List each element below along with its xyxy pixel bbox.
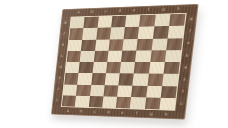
- square-f8: [139, 15, 155, 27]
- square-f5: [135, 50, 151, 62]
- square-h1: [159, 98, 175, 110]
- square-c6: [95, 39, 110, 51]
- file-label: a: [61, 108, 75, 115]
- square-f4: [134, 62, 150, 74]
- square-g8: [154, 14, 170, 26]
- square-d3: [104, 73, 119, 85]
- file-label: g: [155, 6, 171, 13]
- file-label: f: [141, 6, 156, 13]
- square-e7: [124, 27, 140, 39]
- square-d5: [107, 50, 122, 62]
- square-b5: [80, 51, 95, 62]
- square-h4: [163, 62, 180, 74]
- file-label: c: [99, 8, 114, 15]
- square-h3: [162, 74, 178, 86]
- square-f1: [130, 97, 146, 109]
- file-label: b: [74, 108, 88, 115]
- file-label: f: [129, 110, 144, 117]
- square-h7: [167, 26, 184, 38]
- square-e5: [121, 50, 137, 62]
- rank-label: 2: [54, 84, 62, 95]
- square-g4: [148, 62, 164, 74]
- file-label: d: [101, 109, 116, 116]
- square-e4: [120, 62, 136, 74]
- square-c7: [96, 28, 111, 40]
- square-f6: [137, 38, 153, 50]
- file-label: h: [158, 111, 174, 118]
- square-a3: [64, 73, 78, 84]
- rank-label: 1: [53, 95, 61, 106]
- square-e8: [125, 15, 141, 27]
- square-h8: [169, 14, 186, 26]
- file-label: b: [85, 9, 99, 16]
- rank-label: 7: [60, 29, 69, 40]
- rank-label: 6: [183, 38, 193, 50]
- file-label: g: [143, 111, 158, 118]
- square-f7: [138, 27, 154, 39]
- rank-label: 4: [56, 62, 64, 73]
- square-g6: [151, 38, 167, 50]
- square-b1: [75, 96, 90, 108]
- square-e2: [117, 85, 132, 97]
- square-d1: [102, 96, 117, 108]
- chessboard: abcdefgh abcdefgh 87654321 87654321: [51, 4, 198, 120]
- product-photo-scene: abcdefgh abcdefgh 87654321 87654321: [0, 0, 228, 128]
- square-e3: [118, 74, 134, 86]
- square-d4: [106, 62, 121, 74]
- square-b8: [84, 17, 99, 29]
- file-label: d: [112, 7, 127, 14]
- rank-label: 3: [55, 73, 63, 84]
- square-g3: [147, 74, 163, 86]
- square-c5: [93, 51, 108, 62]
- square-f3: [133, 74, 149, 86]
- square-g2: [146, 86, 162, 98]
- square-a2: [63, 84, 77, 95]
- rank-label: 4: [181, 62, 191, 74]
- playing-field: [61, 13, 187, 111]
- square-g5: [150, 50, 166, 62]
- rank-label: 3: [179, 74, 189, 86]
- square-c2: [90, 85, 105, 97]
- rank-label: 6: [59, 40, 67, 51]
- file-label: c: [87, 109, 101, 116]
- square-f2: [131, 85, 147, 97]
- square-d7: [110, 27, 125, 39]
- rank-label: 8: [186, 13, 196, 25]
- rank-label: 7: [185, 26, 195, 38]
- board-frame: abcdefgh abcdefgh 87654321 87654321: [51, 4, 198, 120]
- rank-label: 5: [182, 50, 192, 62]
- square-a4: [66, 62, 80, 73]
- rank-label: 1: [176, 98, 186, 110]
- square-a6: [68, 40, 82, 51]
- file-label: h: [170, 5, 186, 12]
- square-e1: [116, 97, 131, 109]
- file-label: e: [115, 110, 130, 117]
- rank-label: 5: [58, 51, 66, 62]
- square-h5: [165, 50, 182, 62]
- square-b3: [77, 73, 92, 84]
- square-g7: [153, 26, 169, 38]
- square-b6: [81, 39, 96, 50]
- square-b4: [79, 62, 94, 73]
- rank-label: 2: [178, 86, 188, 98]
- square-d8: [111, 16, 126, 28]
- square-h6: [166, 38, 183, 50]
- square-c8: [97, 16, 112, 28]
- square-h2: [160, 86, 176, 98]
- square-c1: [88, 96, 103, 108]
- file-label: a: [72, 9, 86, 16]
- square-b2: [76, 84, 91, 95]
- square-b7: [82, 28, 97, 40]
- square-g1: [144, 97, 160, 109]
- square-a1: [62, 95, 76, 106]
- square-e6: [122, 39, 138, 51]
- square-c4: [92, 62, 107, 73]
- file-label: e: [126, 7, 141, 14]
- square-d6: [108, 39, 123, 51]
- square-c3: [91, 73, 106, 85]
- rank-label: 8: [61, 17, 70, 28]
- square-d2: [103, 85, 118, 97]
- square-a5: [67, 51, 81, 62]
